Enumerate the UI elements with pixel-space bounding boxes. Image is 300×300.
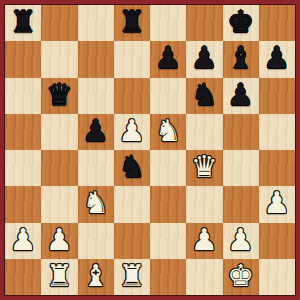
square-e5[interactable]: ♞: [150, 114, 186, 150]
white-pawn[interactable]: ♟: [46, 225, 73, 255]
square-e1[interactable]: [150, 259, 186, 295]
square-a6[interactable]: [5, 78, 41, 114]
square-e4[interactable]: [150, 150, 186, 186]
square-a4[interactable]: [5, 150, 41, 186]
square-h3[interactable]: ♟: [259, 186, 295, 222]
square-d5[interactable]: ♟: [114, 114, 150, 150]
square-a8[interactable]: ♜: [5, 5, 41, 41]
square-b2[interactable]: ♟: [41, 223, 77, 259]
square-f5[interactable]: [186, 114, 222, 150]
square-b3[interactable]: [41, 186, 77, 222]
black-rook[interactable]: ♜: [10, 7, 37, 37]
square-c7[interactable]: [78, 41, 114, 77]
square-a3[interactable]: [5, 186, 41, 222]
square-f8[interactable]: [186, 5, 222, 41]
black-pawn[interactable]: ♟: [82, 116, 109, 146]
black-knight[interactable]: ♞: [191, 80, 218, 110]
white-knight[interactable]: ♞: [82, 188, 109, 218]
square-d7[interactable]: [114, 41, 150, 77]
square-f1[interactable]: [186, 259, 222, 295]
chess-board: ♜♜♚♟♟♝♟♛♞♟♟♟♞♞♛♞♟♟♟♟♟♜♝♜♚: [4, 4, 296, 296]
square-f2[interactable]: ♟: [186, 223, 222, 259]
square-g3[interactable]: [223, 186, 259, 222]
square-e7[interactable]: ♟: [150, 41, 186, 77]
square-b8[interactable]: [41, 5, 77, 41]
square-c2[interactable]: [78, 223, 114, 259]
black-pawn[interactable]: ♟: [227, 80, 254, 110]
square-f4[interactable]: ♛: [186, 150, 222, 186]
square-e8[interactable]: [150, 5, 186, 41]
square-c5[interactable]: ♟: [78, 114, 114, 150]
square-b1[interactable]: ♜: [41, 259, 77, 295]
black-knight[interactable]: ♞: [118, 152, 145, 182]
square-g1[interactable]: ♚: [223, 259, 259, 295]
black-rook[interactable]: ♜: [118, 7, 145, 37]
square-h5[interactable]: [259, 114, 295, 150]
square-d2[interactable]: [114, 223, 150, 259]
square-d6[interactable]: [114, 78, 150, 114]
square-f6[interactable]: ♞: [186, 78, 222, 114]
white-bishop[interactable]: ♝: [82, 261, 109, 291]
square-b5[interactable]: [41, 114, 77, 150]
square-f7[interactable]: ♟: [186, 41, 222, 77]
square-h6[interactable]: [259, 78, 295, 114]
white-pawn[interactable]: ♟: [227, 225, 254, 255]
white-queen[interactable]: ♛: [191, 152, 218, 182]
square-g5[interactable]: [223, 114, 259, 150]
square-e2[interactable]: [150, 223, 186, 259]
white-knight[interactable]: ♞: [155, 116, 182, 146]
chess-board-frame: ♜♜♚♟♟♝♟♛♞♟♟♟♞♞♛♞♟♟♟♟♟♜♝♜♚: [0, 0, 300, 300]
black-pawn[interactable]: ♟: [191, 43, 218, 73]
square-g2[interactable]: ♟: [223, 223, 259, 259]
white-pawn[interactable]: ♟: [191, 225, 218, 255]
white-pawn[interactable]: ♟: [10, 225, 37, 255]
square-b6[interactable]: ♛: [41, 78, 77, 114]
white-pawn[interactable]: ♟: [118, 116, 145, 146]
white-pawn[interactable]: ♟: [263, 188, 290, 218]
square-a5[interactable]: [5, 114, 41, 150]
square-a2[interactable]: ♟: [5, 223, 41, 259]
square-b4[interactable]: [41, 150, 77, 186]
square-d4[interactable]: ♞: [114, 150, 150, 186]
square-a7[interactable]: [5, 41, 41, 77]
square-h4[interactable]: [259, 150, 295, 186]
square-h8[interactable]: [259, 5, 295, 41]
square-g8[interactable]: ♚: [223, 5, 259, 41]
black-bishop[interactable]: ♝: [227, 43, 254, 73]
square-c8[interactable]: [78, 5, 114, 41]
square-e6[interactable]: [150, 78, 186, 114]
square-h1[interactable]: [259, 259, 295, 295]
square-c6[interactable]: [78, 78, 114, 114]
square-d3[interactable]: [114, 186, 150, 222]
white-rook[interactable]: ♜: [118, 261, 145, 291]
white-rook[interactable]: ♜: [46, 261, 73, 291]
black-queen[interactable]: ♛: [46, 80, 73, 110]
square-f3[interactable]: [186, 186, 222, 222]
square-g7[interactable]: ♝: [223, 41, 259, 77]
square-e3[interactable]: [150, 186, 186, 222]
square-g6[interactable]: ♟: [223, 78, 259, 114]
square-g4[interactable]: [223, 150, 259, 186]
square-h7[interactable]: ♟: [259, 41, 295, 77]
square-h2[interactable]: [259, 223, 295, 259]
black-pawn[interactable]: ♟: [263, 43, 290, 73]
square-a1[interactable]: [5, 259, 41, 295]
black-pawn[interactable]: ♟: [155, 43, 182, 73]
square-c3[interactable]: ♞: [78, 186, 114, 222]
square-d1[interactable]: ♜: [114, 259, 150, 295]
black-king[interactable]: ♚: [227, 7, 254, 37]
square-d8[interactable]: ♜: [114, 5, 150, 41]
white-king[interactable]: ♚: [227, 261, 254, 291]
square-b7[interactable]: [41, 41, 77, 77]
square-c4[interactable]: [78, 150, 114, 186]
square-c1[interactable]: ♝: [78, 259, 114, 295]
